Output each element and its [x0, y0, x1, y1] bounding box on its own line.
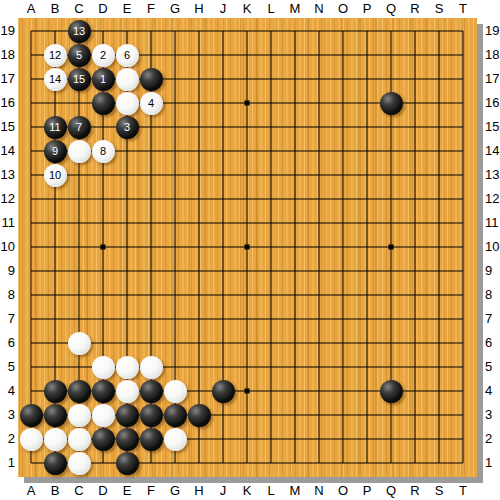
black-stone-D17[interactable]: 1 [92, 68, 115, 91]
black-stone-C4[interactable] [68, 380, 91, 403]
coord-label-bottom-T: T [451, 483, 475, 499]
white-stone-C14[interactable] [68, 140, 91, 163]
coord-label-bottom-F: F [139, 483, 163, 499]
black-stone-C17[interactable]: 15 [68, 68, 91, 91]
coord-label-left-15: 15 [0, 119, 15, 135]
black-stone-B14[interactable]: 9 [44, 140, 67, 163]
coord-label-bottom-G: G [163, 483, 187, 499]
coord-label-left-9: 9 [0, 263, 15, 279]
star-point-K16 [245, 101, 250, 106]
coord-label-left-11: 11 [0, 215, 15, 231]
coord-label-top-N: N [307, 1, 331, 17]
coord-label-right-13: 13 [485, 167, 500, 183]
coord-label-left-17: 17 [0, 71, 15, 87]
coord-label-left-14: 14 [0, 143, 15, 159]
white-stone-C1[interactable] [68, 452, 91, 475]
white-stone-D5[interactable] [92, 356, 115, 379]
star-point-D10 [101, 245, 106, 250]
white-stone-G2[interactable] [164, 428, 187, 451]
coord-label-bottom-O: O [331, 483, 355, 499]
coord-label-bottom-D: D [91, 483, 115, 499]
coord-label-bottom-P: P [355, 483, 379, 499]
coord-label-left-10: 10 [0, 239, 15, 255]
white-stone-E16[interactable] [116, 92, 139, 115]
black-stone-F17[interactable] [140, 68, 163, 91]
coord-label-bottom-E: E [115, 483, 139, 499]
black-stone-G3[interactable] [164, 404, 187, 427]
coord-label-bottom-K: K [235, 483, 259, 499]
coord-label-top-K: K [235, 1, 259, 17]
coord-label-top-L: L [259, 1, 283, 17]
move-number-15: 15 [73, 74, 85, 85]
coord-label-right-14: 14 [485, 143, 500, 159]
move-number-8: 8 [100, 146, 106, 157]
coord-label-bottom-C: C [67, 483, 91, 499]
move-number-11: 11 [49, 122, 60, 133]
coord-label-left-19: 19 [0, 23, 15, 39]
black-stone-D16[interactable] [92, 92, 115, 115]
move-number-4: 4 [148, 98, 154, 109]
black-stone-E2[interactable] [116, 428, 139, 451]
star-point-K10 [245, 245, 250, 250]
coord-label-bottom-B: B [43, 483, 67, 499]
black-stone-D2[interactable] [92, 428, 115, 451]
coord-label-bottom-M: M [283, 483, 307, 499]
black-stone-F3[interactable] [140, 404, 163, 427]
coord-label-top-R: R [403, 1, 427, 17]
white-stone-D3[interactable] [92, 404, 115, 427]
black-stone-B15[interactable]: 11 [44, 116, 67, 139]
white-stone-B13[interactable]: 10 [44, 164, 67, 187]
coord-label-right-7: 7 [485, 311, 500, 327]
move-number-1: 1 [100, 74, 106, 85]
white-stone-F16[interactable]: 4 [140, 92, 163, 115]
coord-label-left-16: 16 [0, 95, 15, 111]
move-number-6: 6 [124, 50, 130, 61]
coord-label-bottom-A: A [19, 483, 43, 499]
coord-label-left-12: 12 [0, 191, 15, 207]
coord-label-top-G: G [163, 1, 187, 17]
coord-label-right-2: 2 [485, 431, 500, 447]
coord-label-top-Q: Q [379, 1, 403, 17]
coord-label-top-A: A [19, 1, 43, 17]
coord-label-right-15: 15 [485, 119, 500, 135]
white-stone-E5[interactable] [116, 356, 139, 379]
coord-label-top-E: E [115, 1, 139, 17]
coord-label-top-O: O [331, 1, 355, 17]
black-stone-E15[interactable]: 3 [116, 116, 139, 139]
coord-label-top-C: C [67, 1, 91, 17]
white-stone-B18[interactable]: 12 [44, 44, 67, 67]
coord-label-top-T: T [451, 1, 475, 17]
white-stone-C2[interactable] [68, 428, 91, 451]
coord-label-bottom-N: N [307, 483, 331, 499]
black-stone-F2[interactable] [140, 428, 163, 451]
star-point-K4 [245, 389, 250, 394]
move-number-2: 2 [100, 50, 106, 61]
star-point-Q10 [389, 245, 394, 250]
coord-label-right-17: 17 [485, 71, 500, 87]
coord-label-left-4: 4 [0, 383, 15, 399]
coord-label-bottom-H: H [187, 483, 211, 499]
coord-label-right-9: 9 [485, 263, 500, 279]
coord-label-right-10: 10 [485, 239, 500, 255]
coord-label-left-3: 3 [0, 407, 15, 423]
black-stone-F4[interactable] [140, 380, 163, 403]
black-stone-C18[interactable]: 5 [68, 44, 91, 67]
move-number-7: 7 [76, 122, 82, 133]
white-stone-E17[interactable] [116, 68, 139, 91]
coord-label-left-18: 18 [0, 47, 15, 63]
coord-label-left-2: 2 [0, 431, 15, 447]
white-stone-F5[interactable] [140, 356, 163, 379]
black-stone-J4[interactable] [212, 380, 235, 403]
black-stone-H3[interactable] [188, 404, 211, 427]
coord-label-right-12: 12 [485, 191, 500, 207]
coord-label-top-M: M [283, 1, 307, 17]
white-stone-B17[interactable]: 14 [44, 68, 67, 91]
coord-label-right-19: 19 [485, 23, 500, 39]
white-stone-A2[interactable] [20, 428, 43, 451]
coord-label-left-6: 6 [0, 335, 15, 351]
coord-label-top-H: H [187, 1, 211, 17]
coord-label-bottom-Q: Q [379, 483, 403, 499]
black-stone-C19[interactable]: 13 [68, 20, 91, 43]
black-stone-E1[interactable] [116, 452, 139, 475]
black-stone-Q16[interactable] [380, 92, 403, 115]
move-number-9: 9 [52, 146, 58, 157]
coord-label-right-18: 18 [485, 47, 500, 63]
coord-label-top-P: P [355, 1, 379, 17]
coord-label-left-7: 7 [0, 311, 15, 327]
coord-label-right-6: 6 [485, 335, 500, 351]
black-stone-B3[interactable] [44, 404, 67, 427]
black-stone-Q4[interactable] [380, 380, 403, 403]
coord-label-right-1: 1 [485, 455, 500, 471]
white-stone-D18[interactable]: 2 [92, 44, 115, 67]
move-number-14: 14 [49, 74, 61, 85]
coord-label-right-5: 5 [485, 359, 500, 375]
coord-label-bottom-S: S [427, 483, 451, 499]
coord-label-right-4: 4 [485, 383, 500, 399]
move-number-13: 13 [73, 26, 85, 37]
coord-label-bottom-J: J [211, 483, 235, 499]
move-number-5: 5 [76, 50, 82, 61]
coord-label-bottom-R: R [403, 483, 427, 499]
coord-label-left-8: 8 [0, 287, 15, 303]
coord-label-top-S: S [427, 1, 451, 17]
black-stone-C15[interactable]: 7 [68, 116, 91, 139]
black-stone-E3[interactable] [116, 404, 139, 427]
go-diagram-canvas: AABBCCDDEEFFGGHHJJKKLLMMNNOOPPQQRRSSTT19… [0, 0, 500, 500]
coord-label-top-F: F [139, 1, 163, 17]
white-stone-B2[interactable] [44, 428, 67, 451]
coord-label-right-3: 3 [485, 407, 500, 423]
move-number-10: 10 [49, 170, 61, 181]
coord-label-top-D: D [91, 1, 115, 17]
coord-label-right-11: 11 [485, 215, 500, 231]
coord-label-right-8: 8 [485, 287, 500, 303]
coord-label-bottom-L: L [259, 483, 283, 499]
white-stone-E18[interactable]: 6 [116, 44, 139, 67]
white-stone-G4[interactable] [164, 380, 187, 403]
black-stone-B1[interactable] [44, 452, 67, 475]
coord-label-top-B: B [43, 1, 67, 17]
black-stone-B4[interactable] [44, 380, 67, 403]
white-stone-E4[interactable] [116, 380, 139, 403]
white-stone-C6[interactable] [68, 332, 91, 355]
coord-label-top-J: J [211, 1, 235, 17]
move-number-12: 12 [49, 50, 61, 61]
white-stone-C3[interactable] [68, 404, 91, 427]
black-stone-A3[interactable] [20, 404, 43, 427]
black-stone-D4[interactable] [92, 380, 115, 403]
coord-label-right-16: 16 [485, 95, 500, 111]
coord-label-left-13: 13 [0, 167, 15, 183]
move-number-3: 3 [124, 122, 130, 133]
white-stone-D14[interactable]: 8 [92, 140, 115, 163]
coord-label-left-1: 1 [0, 455, 15, 471]
coord-label-left-5: 5 [0, 359, 15, 375]
